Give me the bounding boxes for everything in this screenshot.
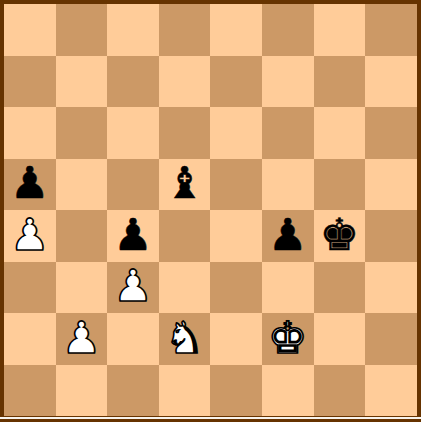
- square-e6[interactable]: [210, 107, 262, 159]
- square-g6[interactable]: [314, 107, 366, 159]
- square-a6[interactable]: [4, 107, 56, 159]
- black-bishop-d5[interactable]: ♝: [165, 161, 204, 205]
- white-knight-d2[interactable]: ♞: [165, 316, 204, 360]
- square-d5[interactable]: ♝: [159, 159, 211, 211]
- square-d8[interactable]: [159, 4, 211, 56]
- white-king-f2[interactable]: ♚: [268, 316, 307, 360]
- square-e7[interactable]: [210, 56, 262, 108]
- square-f4[interactable]: ♟: [262, 210, 314, 262]
- chess-board: ♟♝♟♟♟♚♟♟♞♚: [4, 4, 417, 416]
- square-h1[interactable]: [365, 365, 417, 417]
- square-g8[interactable]: [314, 4, 366, 56]
- square-h3[interactable]: [365, 262, 417, 314]
- square-a1[interactable]: [4, 365, 56, 417]
- black-pawn-c4[interactable]: ♟: [113, 213, 152, 257]
- square-b3[interactable]: [56, 262, 108, 314]
- square-f5[interactable]: [262, 159, 314, 211]
- square-a8[interactable]: [4, 4, 56, 56]
- square-h2[interactable]: [365, 313, 417, 365]
- square-c6[interactable]: [107, 107, 159, 159]
- square-h7[interactable]: [365, 56, 417, 108]
- square-d6[interactable]: [159, 107, 211, 159]
- square-h8[interactable]: [365, 4, 417, 56]
- square-c7[interactable]: [107, 56, 159, 108]
- square-b7[interactable]: [56, 56, 108, 108]
- square-a5[interactable]: ♟: [4, 159, 56, 211]
- square-a3[interactable]: [4, 262, 56, 314]
- square-g4[interactable]: ♚: [314, 210, 366, 262]
- square-b5[interactable]: [56, 159, 108, 211]
- square-e5[interactable]: [210, 159, 262, 211]
- square-c4[interactable]: ♟: [107, 210, 159, 262]
- square-d7[interactable]: [159, 56, 211, 108]
- square-c8[interactable]: [107, 4, 159, 56]
- white-pawn-b2[interactable]: ♟: [62, 316, 101, 360]
- square-c1[interactable]: [107, 365, 159, 417]
- square-b1[interactable]: [56, 365, 108, 417]
- black-king-g4[interactable]: ♚: [320, 213, 359, 257]
- square-f2[interactable]: ♚: [262, 313, 314, 365]
- square-b8[interactable]: [56, 4, 108, 56]
- square-g7[interactable]: [314, 56, 366, 108]
- square-g5[interactable]: [314, 159, 366, 211]
- square-e3[interactable]: [210, 262, 262, 314]
- square-c2[interactable]: [107, 313, 159, 365]
- square-e2[interactable]: [210, 313, 262, 365]
- square-a4[interactable]: ♟: [4, 210, 56, 262]
- square-g1[interactable]: [314, 365, 366, 417]
- square-a2[interactable]: [4, 313, 56, 365]
- white-pawn-a4[interactable]: ♟: [10, 213, 49, 257]
- square-h6[interactable]: [365, 107, 417, 159]
- square-f8[interactable]: [262, 4, 314, 56]
- square-d1[interactable]: [159, 365, 211, 417]
- square-h4[interactable]: [365, 210, 417, 262]
- board-bottom-edge-line: [0, 417, 421, 419]
- white-pawn-c3[interactable]: ♟: [113, 264, 152, 308]
- square-f1[interactable]: [262, 365, 314, 417]
- square-d4[interactable]: [159, 210, 211, 262]
- square-c5[interactable]: [107, 159, 159, 211]
- black-pawn-a5[interactable]: ♟: [10, 161, 49, 205]
- square-h5[interactable]: [365, 159, 417, 211]
- square-e4[interactable]: [210, 210, 262, 262]
- black-pawn-f4[interactable]: ♟: [268, 213, 307, 257]
- square-g2[interactable]: [314, 313, 366, 365]
- square-c3[interactable]: ♟: [107, 262, 159, 314]
- square-d3[interactable]: [159, 262, 211, 314]
- square-b6[interactable]: [56, 107, 108, 159]
- square-a7[interactable]: [4, 56, 56, 108]
- square-f6[interactable]: [262, 107, 314, 159]
- chess-board-frame: ♟♝♟♟♟♚♟♟♞♚: [0, 0, 421, 422]
- square-f7[interactable]: [262, 56, 314, 108]
- square-b4[interactable]: [56, 210, 108, 262]
- square-e8[interactable]: [210, 4, 262, 56]
- square-e1[interactable]: [210, 365, 262, 417]
- square-f3[interactable]: [262, 262, 314, 314]
- square-d2[interactable]: ♞: [159, 313, 211, 365]
- square-b2[interactable]: ♟: [56, 313, 108, 365]
- square-g3[interactable]: [314, 262, 366, 314]
